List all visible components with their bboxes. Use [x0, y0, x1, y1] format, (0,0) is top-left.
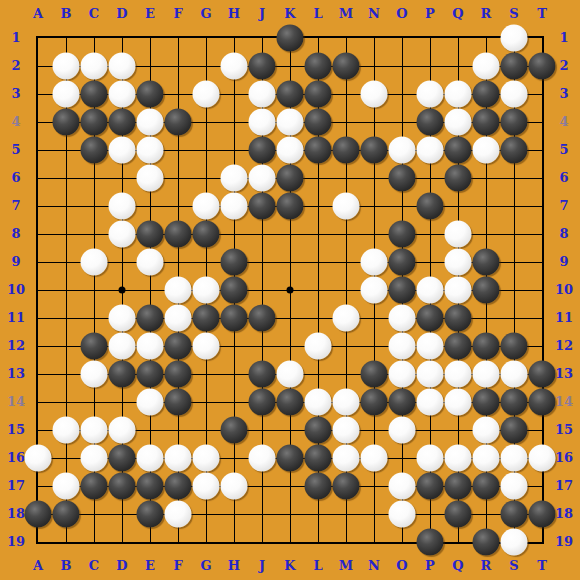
stone-C9[interactable] [81, 249, 108, 276]
stone-D5[interactable] [109, 137, 136, 164]
stone-C17[interactable] [81, 473, 108, 500]
stone-S16[interactable] [501, 445, 528, 472]
stone-K5[interactable] [277, 137, 304, 164]
stone-K3[interactable] [277, 81, 304, 108]
stone-P12[interactable] [417, 333, 444, 360]
stone-S2[interactable] [501, 53, 528, 80]
stone-Q17[interactable] [445, 473, 472, 500]
stone-E3[interactable] [137, 81, 164, 108]
column-label-top: K [280, 6, 300, 22]
stone-O8[interactable] [389, 221, 416, 248]
stone-S18[interactable] [501, 501, 528, 528]
stone-F14[interactable] [165, 389, 192, 416]
stone-P10[interactable] [417, 277, 444, 304]
column-label-top: D [112, 6, 132, 22]
stone-G3[interactable] [193, 81, 220, 108]
column-label-top: R [476, 6, 496, 22]
stone-R12[interactable] [473, 333, 500, 360]
stone-E11[interactable] [137, 305, 164, 332]
stone-G12[interactable] [193, 333, 220, 360]
star-point [287, 287, 294, 294]
column-label-top: C [84, 6, 104, 22]
stone-E18[interactable] [137, 501, 164, 528]
stone-S15[interactable] [501, 417, 528, 444]
stone-Q11[interactable] [445, 305, 472, 332]
stone-S5[interactable] [501, 137, 528, 164]
stone-H15[interactable] [221, 417, 248, 444]
stone-R17[interactable] [473, 473, 500, 500]
stone-F17[interactable] [165, 473, 192, 500]
stone-E16[interactable] [137, 445, 164, 472]
stone-P3[interactable] [417, 81, 444, 108]
stone-Q3[interactable] [445, 81, 472, 108]
stone-C15[interactable] [81, 417, 108, 444]
stone-C16[interactable] [81, 445, 108, 472]
stone-C4[interactable] [81, 109, 108, 136]
stone-M2[interactable] [333, 53, 360, 80]
stone-F8[interactable] [165, 221, 192, 248]
column-label-bottom: M [336, 558, 356, 574]
column-label-bottom: G [196, 558, 216, 574]
stone-E9[interactable] [137, 249, 164, 276]
row-label-left: 4 [0, 114, 32, 130]
column-label-bottom: S [504, 558, 524, 574]
stone-P7[interactable] [417, 193, 444, 220]
stone-E8[interactable] [137, 221, 164, 248]
stone-Q13[interactable] [445, 361, 472, 388]
stone-B15[interactable] [53, 417, 80, 444]
stone-F13[interactable] [165, 361, 192, 388]
stone-D4[interactable] [109, 109, 136, 136]
row-label-right: 11 [548, 310, 580, 326]
stone-S13[interactable] [501, 361, 528, 388]
column-label-top: B [56, 6, 76, 22]
column-label-bottom: J [252, 558, 272, 574]
stone-M16[interactable] [333, 445, 360, 472]
stone-R15[interactable] [473, 417, 500, 444]
stone-G7[interactable] [193, 193, 220, 220]
stone-J2[interactable] [249, 53, 276, 80]
stone-H2[interactable] [221, 53, 248, 80]
stone-Q14[interactable] [445, 389, 472, 416]
stone-J3[interactable] [249, 81, 276, 108]
stone-F16[interactable] [165, 445, 192, 472]
stone-L5[interactable] [305, 137, 332, 164]
row-label-right: 1 [548, 30, 580, 46]
stone-Q18[interactable] [445, 501, 472, 528]
stone-M11[interactable] [333, 305, 360, 332]
column-label-top: E [140, 6, 160, 22]
stone-P11[interactable] [417, 305, 444, 332]
stone-F10[interactable] [165, 277, 192, 304]
stone-H11[interactable] [221, 305, 248, 332]
stone-P13[interactable] [417, 361, 444, 388]
stone-O17[interactable] [389, 473, 416, 500]
row-label-left: 7 [0, 198, 32, 214]
column-label-bottom: D [112, 558, 132, 574]
stone-Q8[interactable] [445, 221, 472, 248]
stone-R3[interactable] [473, 81, 500, 108]
stone-A18[interactable] [25, 501, 52, 528]
stone-N5[interactable] [361, 137, 388, 164]
stone-R16[interactable] [473, 445, 500, 472]
stone-E4[interactable] [137, 109, 164, 136]
column-label-top: O [392, 6, 412, 22]
go-board-screenshot: AABBCCDDEEFFGGHHJJKKLLMMNNOOPPQQRRSSTT11… [0, 0, 580, 580]
stone-S4[interactable] [501, 109, 528, 136]
stone-H10[interactable] [221, 277, 248, 304]
row-label-left: 1 [0, 30, 32, 46]
stone-E5[interactable] [137, 137, 164, 164]
stone-B2[interactable] [53, 53, 80, 80]
stone-R5[interactable] [473, 137, 500, 164]
stone-N10[interactable] [361, 277, 388, 304]
stone-D8[interactable] [109, 221, 136, 248]
stone-H17[interactable] [221, 473, 248, 500]
row-label-left: 15 [0, 422, 32, 438]
column-label-bottom: K [280, 558, 300, 574]
stone-K1[interactable] [277, 25, 304, 52]
row-label-left: 17 [0, 478, 32, 494]
stone-J5[interactable] [249, 137, 276, 164]
stone-T13[interactable] [529, 361, 556, 388]
stone-N3[interactable] [361, 81, 388, 108]
row-label-left: 3 [0, 86, 32, 102]
stone-F18[interactable] [165, 501, 192, 528]
stone-E12[interactable] [137, 333, 164, 360]
stone-K7[interactable] [277, 193, 304, 220]
stone-G10[interactable] [193, 277, 220, 304]
stone-F4[interactable] [165, 109, 192, 136]
stone-L17[interactable] [305, 473, 332, 500]
stone-R13[interactable] [473, 361, 500, 388]
stone-D2[interactable] [109, 53, 136, 80]
stone-H6[interactable] [221, 165, 248, 192]
stone-D3[interactable] [109, 81, 136, 108]
stone-B18[interactable] [53, 501, 80, 528]
stone-Q12[interactable] [445, 333, 472, 360]
stone-D16[interactable] [109, 445, 136, 472]
stone-R4[interactable] [473, 109, 500, 136]
row-label-left: 11 [0, 310, 32, 326]
column-label-bottom: C [84, 558, 104, 574]
column-label-top: G [196, 6, 216, 22]
stone-A16[interactable] [25, 445, 52, 472]
row-label-left: 8 [0, 226, 32, 242]
column-label-bottom: T [532, 558, 552, 574]
stone-L2[interactable] [305, 53, 332, 80]
stone-C5[interactable] [81, 137, 108, 164]
stone-O11[interactable] [389, 305, 416, 332]
row-label-left: 14 [0, 394, 32, 410]
stone-F11[interactable] [165, 305, 192, 332]
stone-T18[interactable] [529, 501, 556, 528]
stone-J6[interactable] [249, 165, 276, 192]
stone-D7[interactable] [109, 193, 136, 220]
stone-H7[interactable] [221, 193, 248, 220]
stone-R19[interactable] [473, 529, 500, 556]
stone-S19[interactable] [501, 529, 528, 556]
stone-C2[interactable] [81, 53, 108, 80]
stone-O6[interactable] [389, 165, 416, 192]
column-label-top: H [224, 6, 244, 22]
column-label-bottom: O [392, 558, 412, 574]
stone-C3[interactable] [81, 81, 108, 108]
row-label-right: 9 [548, 254, 580, 270]
stone-Q6[interactable] [445, 165, 472, 192]
stone-D15[interactable] [109, 417, 136, 444]
stone-E6[interactable] [137, 165, 164, 192]
stone-N16[interactable] [361, 445, 388, 472]
stone-J4[interactable] [249, 109, 276, 136]
column-label-bottom: H [224, 558, 244, 574]
column-label-bottom: P [420, 558, 440, 574]
stone-R9[interactable] [473, 249, 500, 276]
row-label-right: 19 [548, 534, 580, 550]
row-label-right: 12 [548, 338, 580, 354]
column-label-bottom: F [168, 558, 188, 574]
stone-Q5[interactable] [445, 137, 472, 164]
stone-S14[interactable] [501, 389, 528, 416]
column-label-bottom: R [476, 558, 496, 574]
stone-F12[interactable] [165, 333, 192, 360]
stone-S3[interactable] [501, 81, 528, 108]
stone-N14[interactable] [361, 389, 388, 416]
stone-R14[interactable] [473, 389, 500, 416]
stone-N9[interactable] [361, 249, 388, 276]
stone-B17[interactable] [53, 473, 80, 500]
column-label-bottom: E [140, 558, 160, 574]
stone-P5[interactable] [417, 137, 444, 164]
stone-O10[interactable] [389, 277, 416, 304]
stone-M7[interactable] [333, 193, 360, 220]
stone-G8[interactable] [193, 221, 220, 248]
column-label-top: T [532, 6, 552, 22]
stone-G17[interactable] [193, 473, 220, 500]
column-label-bottom: B [56, 558, 76, 574]
stone-D17[interactable] [109, 473, 136, 500]
stone-D13[interactable] [109, 361, 136, 388]
stone-K16[interactable] [277, 445, 304, 472]
column-label-top: J [252, 6, 272, 22]
stone-J14[interactable] [249, 389, 276, 416]
stone-O13[interactable] [389, 361, 416, 388]
column-label-top: F [168, 6, 188, 22]
stone-B3[interactable] [53, 81, 80, 108]
stone-Q10[interactable] [445, 277, 472, 304]
stone-C13[interactable] [81, 361, 108, 388]
column-label-bottom: L [308, 558, 328, 574]
row-label-right: 6 [548, 170, 580, 186]
row-label-left: 19 [0, 534, 32, 550]
row-label-right: 17 [548, 478, 580, 494]
stone-K6[interactable] [277, 165, 304, 192]
column-label-top: S [504, 6, 524, 22]
stone-E14[interactable] [137, 389, 164, 416]
stone-M17[interactable] [333, 473, 360, 500]
stone-G11[interactable] [193, 305, 220, 332]
stone-J16[interactable] [249, 445, 276, 472]
stone-P16[interactable] [417, 445, 444, 472]
stone-M15[interactable] [333, 417, 360, 444]
column-label-top: A [28, 6, 48, 22]
row-label-left: 6 [0, 170, 32, 186]
column-label-bottom: A [28, 558, 48, 574]
stone-Q16[interactable] [445, 445, 472, 472]
stone-O18[interactable] [389, 501, 416, 528]
stone-D11[interactable] [109, 305, 136, 332]
row-label-right: 8 [548, 226, 580, 242]
stone-M5[interactable] [333, 137, 360, 164]
stone-L4[interactable] [305, 109, 332, 136]
stone-L3[interactable] [305, 81, 332, 108]
stone-O9[interactable] [389, 249, 416, 276]
stone-L12[interactable] [305, 333, 332, 360]
stone-B4[interactable] [53, 109, 80, 136]
stone-R10[interactable] [473, 277, 500, 304]
row-label-right: 4 [548, 114, 580, 130]
row-label-left: 2 [0, 58, 32, 74]
row-label-right: 10 [548, 282, 580, 298]
stone-S17[interactable] [501, 473, 528, 500]
column-label-top: N [364, 6, 384, 22]
stone-T14[interactable] [529, 389, 556, 416]
row-label-right: 7 [548, 198, 580, 214]
stone-C12[interactable] [81, 333, 108, 360]
stone-K14[interactable] [277, 389, 304, 416]
stone-K13[interactable] [277, 361, 304, 388]
stone-L14[interactable] [305, 389, 332, 416]
stone-T2[interactable] [529, 53, 556, 80]
stone-J13[interactable] [249, 361, 276, 388]
stone-O12[interactable] [389, 333, 416, 360]
row-label-left: 9 [0, 254, 32, 270]
stone-O15[interactable] [389, 417, 416, 444]
stone-D12[interactable] [109, 333, 136, 360]
stone-M14[interactable] [333, 389, 360, 416]
stone-G16[interactable] [193, 445, 220, 472]
stone-O5[interactable] [389, 137, 416, 164]
column-label-top: M [336, 6, 356, 22]
stone-Q9[interactable] [445, 249, 472, 276]
stone-P4[interactable] [417, 109, 444, 136]
stone-K4[interactable] [277, 109, 304, 136]
stone-P17[interactable] [417, 473, 444, 500]
row-label-left: 5 [0, 142, 32, 158]
column-label-top: L [308, 6, 328, 22]
column-label-bottom: Q [448, 558, 468, 574]
stone-L15[interactable] [305, 417, 332, 444]
stone-J7[interactable] [249, 193, 276, 220]
row-label-right: 15 [548, 422, 580, 438]
stone-R2[interactable] [473, 53, 500, 80]
row-label-left: 13 [0, 366, 32, 382]
column-label-top: Q [448, 6, 468, 22]
stone-E17[interactable] [137, 473, 164, 500]
row-label-left: 12 [0, 338, 32, 354]
stone-L16[interactable] [305, 445, 332, 472]
stone-O14[interactable] [389, 389, 416, 416]
stone-E13[interactable] [137, 361, 164, 388]
column-label-top: P [420, 6, 440, 22]
stone-P14[interactable] [417, 389, 444, 416]
stone-T16[interactable] [529, 445, 556, 472]
stone-J11[interactable] [249, 305, 276, 332]
star-point [119, 287, 126, 294]
stone-S12[interactable] [501, 333, 528, 360]
stone-Q4[interactable] [445, 109, 472, 136]
row-label-left: 10 [0, 282, 32, 298]
row-label-right: 5 [548, 142, 580, 158]
stone-P19[interactable] [417, 529, 444, 556]
stone-S1[interactable] [501, 25, 528, 52]
column-label-bottom: N [364, 558, 384, 574]
stone-N13[interactable] [361, 361, 388, 388]
stone-H9[interactable] [221, 249, 248, 276]
row-label-right: 3 [548, 86, 580, 102]
